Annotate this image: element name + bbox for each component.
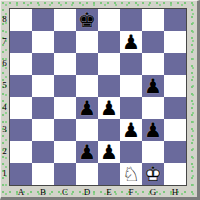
square-g6[interactable] — [142, 53, 164, 75]
rank-label-8: 8 — [0, 8, 9, 30]
square-g1[interactable]: ♚♔ — [142, 163, 164, 185]
square-a4[interactable] — [10, 97, 32, 119]
square-e5[interactable] — [98, 75, 120, 97]
square-b4[interactable] — [32, 97, 54, 119]
square-a5[interactable] — [10, 75, 32, 97]
square-d7[interactable] — [76, 31, 98, 53]
square-a3[interactable] — [10, 119, 32, 141]
square-g4[interactable] — [142, 97, 164, 119]
black-pawn-piece[interactable]: ♟ — [142, 119, 164, 141]
square-h2[interactable] — [164, 141, 186, 163]
square-b8[interactable] — [32, 9, 54, 31]
square-h7[interactable] — [164, 31, 186, 53]
square-c5[interactable] — [54, 75, 76, 97]
square-h6[interactable] — [164, 53, 186, 75]
black-pawn-piece[interactable]: ♟ — [142, 75, 164, 97]
square-e2[interactable]: ♟ — [98, 141, 120, 163]
square-a2[interactable] — [10, 141, 32, 163]
square-c1[interactable] — [54, 163, 76, 185]
square-h8[interactable] — [164, 9, 186, 31]
file-label-h: H — [164, 187, 186, 198]
file-label-f: F — [120, 187, 142, 198]
white-knight-piece[interactable]: ♞♘ — [120, 163, 142, 185]
black-pawn-piece[interactable]: ♟ — [120, 119, 142, 141]
square-h3[interactable] — [164, 119, 186, 141]
square-d5[interactable] — [76, 75, 98, 97]
square-c2[interactable] — [54, 141, 76, 163]
black-pawn-piece[interactable]: ♟ — [76, 97, 98, 119]
rank-label-4: 4 — [0, 96, 9, 118]
square-a1[interactable] — [10, 163, 32, 185]
square-h4[interactable] — [164, 97, 186, 119]
square-f3[interactable]: ♟ — [120, 119, 142, 141]
square-c6[interactable] — [54, 53, 76, 75]
file-label-g: G — [142, 187, 164, 198]
square-f1[interactable]: ♞♘ — [120, 163, 142, 185]
square-g7[interactable] — [142, 31, 164, 53]
square-g2[interactable] — [142, 141, 164, 163]
file-label-e: E — [98, 187, 120, 198]
square-f2[interactable] — [120, 141, 142, 163]
square-b6[interactable] — [32, 53, 54, 75]
square-h1[interactable] — [164, 163, 186, 185]
square-g5[interactable]: ♟ — [142, 75, 164, 97]
white-king-piece[interactable]: ♚♔ — [142, 163, 164, 185]
square-f7[interactable]: ♟ — [120, 31, 142, 53]
rank-label-3: 3 — [0, 118, 9, 140]
square-f8[interactable] — [120, 9, 142, 31]
chess-app-window: ♚♟♟♟♟♟♟♟♟♞♘♚♔ 87654321 ABCDEFGH — [0, 0, 200, 200]
square-f4[interactable] — [120, 97, 142, 119]
square-g3[interactable]: ♟ — [142, 119, 164, 141]
rank-label-6: 6 — [0, 52, 9, 74]
black-pawn-piece[interactable]: ♟ — [98, 97, 120, 119]
file-label-c: C — [54, 187, 76, 198]
square-e4[interactable]: ♟ — [98, 97, 120, 119]
file-label-d: D — [76, 187, 98, 198]
square-a8[interactable] — [10, 9, 32, 31]
square-b5[interactable] — [32, 75, 54, 97]
square-e1[interactable] — [98, 163, 120, 185]
chess-board: ♚♟♟♟♟♟♟♟♟♞♘♚♔ — [9, 8, 187, 186]
square-d1[interactable] — [76, 163, 98, 185]
square-b1[interactable] — [32, 163, 54, 185]
square-d3[interactable] — [76, 119, 98, 141]
square-e7[interactable] — [98, 31, 120, 53]
square-a6[interactable] — [10, 53, 32, 75]
rank-label-5: 5 — [0, 74, 9, 96]
square-c8[interactable] — [54, 9, 76, 31]
file-label-b: B — [32, 187, 54, 198]
square-h5[interactable] — [164, 75, 186, 97]
square-d6[interactable] — [76, 53, 98, 75]
black-pawn-piece[interactable]: ♟ — [76, 141, 98, 163]
white-piece-outline: ♘ — [120, 163, 142, 185]
file-label-a: A — [10, 187, 32, 198]
square-e8[interactable] — [98, 9, 120, 31]
square-f5[interactable] — [120, 75, 142, 97]
square-e6[interactable] — [98, 53, 120, 75]
rank-label-1: 1 — [0, 162, 9, 184]
square-d8[interactable]: ♚ — [76, 9, 98, 31]
white-piece-outline: ♔ — [142, 163, 164, 185]
square-c3[interactable] — [54, 119, 76, 141]
square-e3[interactable] — [98, 119, 120, 141]
square-f6[interactable] — [120, 53, 142, 75]
square-a7[interactable] — [10, 31, 32, 53]
rank-label-2: 2 — [0, 140, 9, 162]
rank-label-7: 7 — [0, 30, 9, 52]
black-pawn-piece[interactable]: ♟ — [98, 141, 120, 163]
square-b3[interactable] — [32, 119, 54, 141]
black-king-piece[interactable]: ♚ — [76, 9, 98, 31]
square-c7[interactable] — [54, 31, 76, 53]
square-c4[interactable] — [54, 97, 76, 119]
square-g8[interactable] — [142, 9, 164, 31]
square-b2[interactable] — [32, 141, 54, 163]
square-d2[interactable]: ♟ — [76, 141, 98, 163]
square-b7[interactable] — [32, 31, 54, 53]
black-pawn-piece[interactable]: ♟ — [120, 31, 142, 53]
square-d4[interactable]: ♟ — [76, 97, 98, 119]
